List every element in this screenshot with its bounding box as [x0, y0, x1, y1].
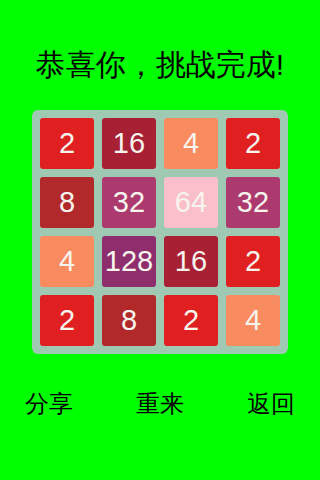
share-button[interactable]: 分享	[25, 390, 73, 418]
tile-32: 32	[226, 177, 280, 228]
tile-8: 8	[102, 295, 156, 346]
tile-2: 2	[164, 295, 218, 346]
tile-4: 4	[40, 236, 94, 287]
tile-16: 16	[102, 118, 156, 169]
tile-8: 8	[40, 177, 94, 228]
action-button-row: 分享 重来 返回	[0, 390, 320, 418]
back-button[interactable]: 返回	[247, 390, 295, 418]
tile-2: 2	[40, 295, 94, 346]
tile-4: 4	[164, 118, 218, 169]
tile-32: 32	[102, 177, 156, 228]
restart-button[interactable]: 重来	[136, 390, 184, 418]
challenge-complete-title: 恭喜你，挑战完成!	[0, 47, 320, 83]
tile-2: 2	[226, 236, 280, 287]
tile-2: 2	[226, 118, 280, 169]
tile-128: 128	[102, 236, 156, 287]
board-grid: 21642832643241281622824	[32, 110, 288, 354]
tile-2: 2	[40, 118, 94, 169]
tile-64: 64	[164, 177, 218, 228]
tile-4: 4	[226, 295, 280, 346]
tile-16: 16	[164, 236, 218, 287]
game-over-screen: 恭喜你，挑战完成! 21642832643241281622824 分享 重来 …	[0, 0, 320, 480]
